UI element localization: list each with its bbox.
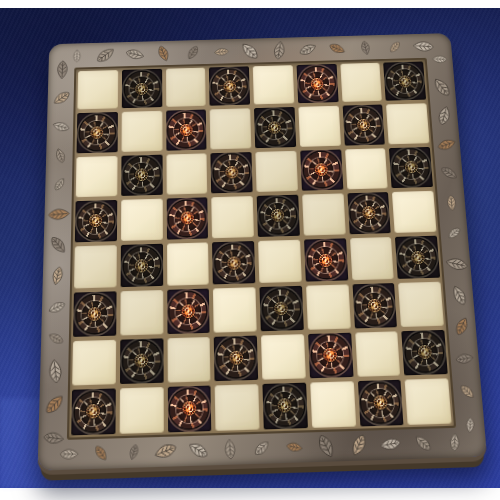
square-f8 — [296, 64, 338, 104]
carved-leaf — [444, 194, 459, 211]
carved-leaf — [433, 104, 454, 128]
square-e4 — [258, 240, 302, 284]
tudor-rose-medallion — [124, 72, 159, 106]
tudor-rose-medallion — [257, 110, 293, 145]
square-f6 — [300, 149, 343, 190]
carved-leaf — [154, 43, 173, 64]
square-f7 — [298, 106, 340, 146]
oak-leaf-icon — [412, 38, 434, 55]
square-b4 — [120, 244, 162, 288]
tudor-rose-medallion — [260, 197, 297, 234]
square-f2 — [308, 332, 353, 378]
square-d1 — [215, 384, 260, 431]
square-a7 — [77, 112, 118, 153]
tudor-rose-medallion — [217, 338, 255, 377]
oak-leaf-icon — [45, 297, 67, 318]
tudor-rose-medallion — [123, 341, 160, 380]
square-b1 — [119, 387, 163, 434]
oak-leaf-icon — [431, 54, 447, 65]
carved-leaf — [45, 232, 71, 258]
carved-leaf — [358, 39, 374, 56]
oak-leaf-icon — [50, 175, 68, 193]
carved-leaf — [45, 297, 67, 318]
square-g3 — [352, 283, 397, 328]
carved-leaf — [221, 438, 238, 461]
oak-leaf-icon — [444, 194, 459, 211]
oak-leaf-icon — [386, 39, 404, 56]
carved-leaf — [45, 329, 66, 348]
square-f1 — [310, 381, 356, 428]
tudor-rose-medallion — [78, 203, 114, 240]
oak-leaf-icon — [41, 428, 65, 447]
square-c1 — [167, 385, 211, 432]
oak-leaf-icon — [270, 40, 289, 62]
square-h4 — [395, 236, 440, 279]
square-g7 — [342, 105, 385, 145]
square-a2 — [72, 339, 116, 385]
square-c2 — [167, 336, 211, 382]
square-g2 — [355, 331, 401, 377]
carved-leaf — [151, 438, 180, 465]
oak-leaf-icon — [450, 314, 472, 339]
square-c4 — [166, 242, 209, 286]
square-e7 — [254, 107, 296, 147]
square-f3 — [306, 285, 351, 330]
square-f4 — [304, 238, 348, 282]
square-g5 — [347, 192, 391, 234]
oak-leaf-icon — [49, 87, 73, 109]
square-e2 — [261, 334, 306, 380]
square-h8 — [383, 61, 426, 100]
carved-leaf — [49, 87, 73, 109]
carved-leaf — [213, 46, 229, 58]
chessboard — [38, 33, 488, 471]
oak-leaf-icon — [40, 389, 68, 419]
square-h6 — [389, 146, 433, 187]
square-a1 — [71, 388, 115, 435]
square-g6 — [345, 148, 388, 189]
photo-of-chessboard — [0, 0, 500, 500]
carved-leaf — [431, 54, 447, 65]
tudor-rose-medallion — [170, 292, 207, 330]
oak-leaf-icon — [326, 40, 348, 58]
oak-leaf-icon — [443, 253, 469, 275]
square-h2 — [402, 329, 448, 375]
tudor-rose-medallion — [263, 289, 301, 327]
tudor-rose-medallion — [124, 157, 159, 193]
oak-leaf-icon — [463, 416, 476, 434]
carved-leaf — [44, 357, 65, 385]
oak-leaf-icon — [285, 439, 304, 455]
tudor-rose-medallion — [398, 239, 437, 276]
oak-leaf-icon — [358, 39, 374, 56]
square-a6 — [76, 155, 118, 197]
oak-leaf-icon — [51, 146, 68, 165]
oak-leaf-icon — [53, 60, 70, 80]
oak-leaf-icon — [456, 380, 478, 402]
tudor-rose-medallion — [355, 286, 394, 324]
square-e3 — [259, 286, 303, 331]
square-c7 — [166, 110, 207, 151]
square-h1 — [405, 378, 452, 425]
carved-leaf — [237, 38, 264, 64]
oak-leaf-icon — [410, 430, 435, 455]
tudor-rose-medallion — [74, 391, 112, 432]
oak-leaf-icon — [221, 438, 238, 461]
oak-leaf-icon — [444, 224, 463, 243]
tudor-rose-medallion — [350, 195, 388, 231]
oak-leaf-icon — [47, 205, 70, 223]
oak-leaf-icon — [237, 38, 264, 64]
square-d2 — [214, 335, 258, 381]
carved-leaf — [125, 442, 141, 462]
tudor-rose-medallion — [345, 108, 382, 143]
oak-leaf-icon — [378, 434, 403, 455]
oak-leaf-icon — [428, 74, 455, 101]
oak-leaf-icon — [453, 350, 474, 367]
carved-leaf — [456, 380, 478, 402]
square-d7 — [210, 108, 251, 149]
carved-leaf — [270, 40, 289, 62]
tudor-rose-medallion — [169, 200, 205, 237]
tudor-rose-medallion — [311, 335, 350, 374]
oak-leaf-icon — [448, 432, 462, 452]
oak-leaf-icon — [213, 46, 229, 58]
oak-leaf-icon — [183, 43, 202, 63]
square-a4 — [74, 245, 117, 289]
square-c5 — [166, 197, 208, 240]
carved-leaf — [50, 175, 68, 193]
carved-leaf — [443, 253, 469, 275]
square-c6 — [166, 153, 207, 195]
square-a5 — [75, 200, 117, 243]
carved-leaf — [183, 43, 202, 63]
tudor-rose-medallion — [405, 333, 445, 372]
square-b6 — [121, 154, 162, 196]
square-d5 — [211, 196, 253, 239]
oak-leaf-icon — [45, 232, 71, 258]
carved-leaf — [434, 134, 458, 154]
carved-leaf — [410, 430, 435, 455]
carved-leaf — [71, 49, 82, 63]
carved-leaf — [386, 39, 404, 56]
carved-leaf — [346, 430, 372, 460]
carved-leaf — [123, 45, 146, 63]
square-d6 — [211, 152, 253, 194]
oak-leaf-icon — [71, 49, 82, 63]
oak-leaf-icon — [45, 329, 66, 348]
carved-leaf — [47, 264, 66, 286]
carved-leaf — [446, 282, 471, 309]
oak-leaf-icon — [59, 446, 79, 462]
carved-leaf — [312, 430, 340, 462]
tudor-rose-medallion — [76, 295, 113, 334]
square-h7 — [386, 103, 429, 143]
square-d4 — [212, 241, 255, 285]
oak-leaf-icon — [251, 436, 274, 460]
square-c8 — [165, 68, 205, 108]
carved-leaf — [50, 118, 72, 135]
tudor-rose-medallion — [214, 154, 250, 190]
tudor-rose-medallion — [212, 69, 247, 103]
square-b5 — [121, 198, 163, 241]
carved-leaf — [47, 205, 70, 223]
oak-leaf-icon — [92, 43, 119, 67]
oak-leaf-icon — [312, 430, 340, 462]
tudor-rose-medallion — [299, 67, 335, 101]
carved-leaf — [59, 446, 79, 462]
oak-leaf-icon — [123, 45, 146, 63]
square-g8 — [340, 63, 382, 102]
carved-leaf — [453, 350, 474, 367]
carved-leaf — [326, 40, 348, 58]
carved-leaf — [251, 436, 274, 460]
carved-leaf — [285, 439, 304, 455]
carved-leaf — [40, 389, 68, 419]
square-h3 — [398, 282, 444, 327]
carved-leaf — [378, 434, 403, 455]
carved-frame — [38, 33, 488, 471]
carved-leaf — [450, 314, 472, 339]
oak-leaf-icon — [44, 357, 65, 385]
square-a8 — [77, 70, 118, 110]
tudor-rose-medallion — [215, 244, 252, 281]
square-a3 — [73, 292, 116, 337]
oak-leaf-icon — [433, 104, 454, 128]
square-e1 — [262, 382, 307, 429]
carved-leaf — [428, 74, 455, 101]
oak-leaf-icon — [154, 43, 173, 64]
oak-leaf-icon — [47, 264, 66, 286]
carved-leaf — [437, 163, 460, 184]
carved-leaf — [41, 428, 65, 447]
tudor-rose-medallion — [266, 386, 305, 426]
square-b3 — [120, 290, 163, 335]
carved-leaf — [463, 416, 476, 434]
oak-leaf-icon — [296, 39, 320, 59]
square-e5 — [257, 194, 300, 237]
carved-leaf — [448, 432, 462, 452]
square-d8 — [209, 66, 250, 106]
square-h5 — [392, 191, 436, 233]
square-b7 — [121, 111, 162, 152]
square-e8 — [253, 65, 294, 105]
carved-leaf — [92, 43, 119, 67]
oak-leaf-icon — [346, 430, 372, 460]
tudor-rose-medallion — [79, 115, 114, 150]
tudor-rose-medallion — [170, 389, 208, 429]
square-g1 — [357, 379, 403, 426]
tudor-rose-medallion — [303, 152, 340, 188]
square-b8 — [122, 69, 162, 109]
oak-leaf-icon — [151, 438, 180, 465]
tudor-rose-medallion — [307, 241, 345, 278]
tudor-rose-medallion — [123, 247, 159, 285]
carved-leaf — [296, 39, 320, 59]
tudor-rose-medallion — [169, 113, 204, 148]
oak-leaf-icon — [184, 437, 212, 464]
board-grid — [67, 58, 456, 440]
carved-leaf — [51, 146, 68, 165]
tudor-rose-medallion — [386, 64, 423, 98]
oak-leaf-icon — [434, 134, 458, 154]
square-c3 — [167, 289, 210, 334]
oak-leaf-icon — [446, 282, 471, 309]
tudor-rose-medallion — [361, 383, 401, 423]
carved-leaf — [184, 437, 212, 464]
tudor-rose-medallion — [392, 149, 430, 185]
carved-leaf — [444, 224, 463, 243]
square-d3 — [213, 287, 257, 332]
oak-leaf-icon — [50, 118, 72, 135]
carved-leaf — [412, 38, 434, 55]
carved-leaf — [91, 442, 112, 465]
oak-leaf-icon — [437, 163, 460, 184]
oak-leaf-icon — [91, 442, 112, 465]
square-f5 — [302, 193, 345, 235]
square-g4 — [349, 237, 393, 281]
oak-leaf-icon — [125, 442, 141, 462]
square-e6 — [255, 150, 297, 191]
carved-leaf — [53, 60, 70, 80]
square-b2 — [120, 338, 163, 384]
